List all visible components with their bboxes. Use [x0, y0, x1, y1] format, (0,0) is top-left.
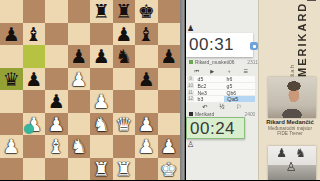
- square-g6[interactable]: [135, 45, 158, 68]
- square-f7[interactable]: ♟: [113, 23, 136, 46]
- white-knight: ♞: [68, 135, 91, 158]
- black-pawn: ♟: [158, 45, 181, 68]
- presenter-title: Međunarodni majstor: [266, 126, 314, 131]
- square-g5[interactable]: ♟: [135, 68, 158, 91]
- square-c8[interactable]: [45, 0, 68, 23]
- move-number: 10: [187, 83, 194, 87]
- square-e4[interactable]: ♟: [90, 90, 113, 113]
- black-bishop: ♝: [23, 23, 46, 46]
- square-a4[interactable]: [0, 90, 23, 113]
- top-player-status-dot: [189, 60, 193, 64]
- square-a2[interactable]: ♟: [0, 135, 23, 158]
- square-g8[interactable]: ♚: [135, 0, 158, 23]
- square-f4[interactable]: [113, 90, 136, 113]
- black-pawn: ♟: [45, 90, 68, 113]
- white-move[interactable]: Ne3: [195, 90, 220, 95]
- skip-to-start-icon[interactable]: ⏮: [194, 68, 199, 75]
- brand-block: šah MERIKARD: [289, 5, 308, 77]
- square-g7[interactable]: ♝: [135, 23, 158, 46]
- square-f8[interactable]: ♜: [113, 0, 136, 23]
- white-king: ♚: [158, 158, 181, 181]
- square-h6[interactable]: ♟: [158, 45, 181, 68]
- black-rook: ♜: [90, 0, 113, 23]
- square-c7[interactable]: [45, 23, 68, 46]
- square-e5[interactable]: [90, 68, 113, 91]
- move-nav-toolbar: ⏮ ▶ ＋ ☰: [188, 67, 254, 75]
- white-rook: ♜: [113, 158, 136, 181]
- black-pawn: ♟: [23, 68, 46, 91]
- square-d4[interactable]: [68, 90, 91, 113]
- black-knight: ♞: [113, 45, 136, 68]
- presenter-photo: [268, 77, 316, 118]
- white-pawn: ♟: [135, 135, 158, 158]
- brand-rule: [307, 0, 316, 1]
- square-d3[interactable]: [68, 113, 91, 136]
- square-g3[interactable]: ♟: [135, 113, 158, 136]
- square-b8[interactable]: [23, 0, 46, 23]
- square-h7[interactable]: [158, 23, 181, 46]
- square-d1[interactable]: [68, 158, 91, 181]
- white-pawn: ♟: [90, 90, 113, 113]
- square-c6[interactable]: [45, 45, 68, 68]
- square-h3[interactable]: [158, 113, 181, 136]
- square-g1[interactable]: [135, 158, 158, 181]
- white-pawn: ♟: [45, 113, 68, 136]
- black-move[interactable]: g5: [224, 83, 250, 88]
- move-number: 11: [187, 90, 194, 94]
- square-d7[interactable]: [68, 23, 91, 46]
- bottom-player-status-dot: [189, 112, 193, 116]
- black-player-pawn-icon: ♟: [187, 25, 194, 33]
- square-b2[interactable]: [23, 135, 46, 158]
- square-d8[interactable]: [68, 0, 91, 23]
- menu-icon[interactable]: ☰: [243, 68, 248, 75]
- square-e3[interactable]: ♞: [90, 113, 113, 136]
- top-player-clock: 00:31: [186, 33, 253, 57]
- top-player-rating: 2311: [247, 60, 258, 65]
- white-bishop: ♝: [45, 135, 68, 158]
- black-pawn: ♟: [113, 23, 136, 46]
- square-b3[interactable]: ♟: [23, 113, 46, 136]
- square-g4[interactable]: [135, 90, 158, 113]
- square-c2[interactable]: ♝: [45, 135, 68, 158]
- square-b1[interactable]: [23, 158, 46, 181]
- black-queen: ♛: [0, 68, 23, 91]
- move-number: 9: [187, 77, 194, 81]
- presenter-subtitle: FIDE Trener: [266, 131, 314, 136]
- square-f2[interactable]: [113, 135, 136, 158]
- black-move[interactable]: h6: [224, 76, 250, 81]
- square-b4[interactable]: [23, 90, 46, 113]
- square-d5[interactable]: ♟: [68, 68, 91, 91]
- move-list: 9 d5 h6 10 Bc2 g5 11 Ne3 Qb6 12 b3 Qa5: [186, 76, 255, 103]
- square-a7[interactable]: ♟: [0, 23, 23, 46]
- presenter-name: Rikard Medančić: [259, 119, 320, 125]
- move-row: 11 Ne3 Qb6: [186, 90, 255, 97]
- square-b5[interactable]: ♟: [23, 68, 46, 91]
- square-b7[interactable]: ♝: [23, 23, 46, 46]
- square-a1[interactable]: [0, 158, 23, 181]
- white-queen: ♛: [113, 113, 136, 136]
- black-rook: ♜: [113, 0, 136, 23]
- top-player-name: Rikard_musketi06: [195, 60, 234, 65]
- white-move[interactable]: Bc2: [195, 83, 220, 88]
- chess-board[interactable]: ♜♜♚♟♝♟♝♟♟♞♟♛♟♟♟♟♟♟♟♞♛♟♟♝♞♟♟♜♜♚: [0, 0, 180, 180]
- black-pawn: ♟: [90, 45, 113, 68]
- share-icon[interactable]: [250, 42, 258, 50]
- black-move[interactable]: Qb6: [224, 90, 250, 95]
- square-c4[interactable]: ♟: [45, 90, 68, 113]
- selected-move[interactable]: Qa5: [224, 96, 255, 102]
- move-number: 12: [187, 97, 194, 101]
- white-pawn: ♟: [158, 135, 181, 158]
- bottom-player-rating: 2400: [244, 112, 255, 117]
- chess-pieces-photo: ♟ ♞ ♙: [268, 146, 316, 180]
- square-f5[interactable]: [113, 68, 136, 91]
- white-pawn: ♟: [0, 135, 23, 158]
- bottom-player-name: Merikard: [195, 112, 232, 117]
- square-g2[interactable]: ♟: [135, 135, 158, 158]
- square-f6[interactable]: ♞: [113, 45, 136, 68]
- square-d6[interactable]: ♟: [68, 45, 91, 68]
- bottom-player-clock-active: 00:24: [186, 117, 245, 139]
- white-pawn: ♟: [135, 113, 158, 136]
- black-pawn: ♟: [135, 68, 158, 91]
- white-rook: ♜: [90, 158, 113, 181]
- black-pawn: ♟: [68, 45, 91, 68]
- brand-sidebar: šah MERIKARD Rikard Medančić Međunarodni…: [258, 0, 320, 180]
- square-e2[interactable]: [90, 135, 113, 158]
- top-player-row: Rikard_musketi06 2311: [186, 58, 258, 66]
- move-row: 10 Bc2 g5: [186, 83, 255, 90]
- black-king: ♚: [135, 0, 158, 23]
- white-pawn: ♟: [68, 68, 91, 91]
- square-c3[interactable]: ♟: [45, 113, 68, 136]
- square-a3[interactable]: [0, 113, 23, 136]
- square-h2[interactable]: ♟: [158, 135, 181, 158]
- black-bishop: ♝: [135, 23, 158, 46]
- square-a6[interactable]: [0, 45, 23, 68]
- square-h5[interactable]: [158, 68, 181, 91]
- square-d2[interactable]: ♞: [68, 135, 91, 158]
- square-f1[interactable]: ♜: [113, 158, 136, 181]
- broadcast-screen: ♜♜♚♟♝♟♝♟♟♞♟♛♟♟♟♟♟♟♟♞♛♟♟♝♞♟♟♜♜♚ ♟ 00:31 R…: [0, 0, 320, 180]
- white-player-pawn-icon: ♙: [187, 141, 194, 149]
- brand-title: MERIKARD: [296, 5, 308, 77]
- add-icon[interactable]: ＋: [226, 68, 231, 75]
- annotation-circle-icon: [24, 124, 34, 134]
- play-icon[interactable]: ▶: [210, 68, 214, 75]
- square-h1[interactable]: ♚: [158, 158, 181, 181]
- square-b6[interactable]: [23, 45, 46, 68]
- black-pawn: ♟: [0, 23, 23, 46]
- square-e1[interactable]: ♜: [90, 158, 113, 181]
- game-panel: ♟ 00:31 Rikard_musketi06 2311 ⏮ ▶ ＋ ☰ 9 …: [186, 0, 258, 180]
- move-row: 12 b3 Qa5: [186, 96, 255, 103]
- brand-subtitle: šah: [289, 64, 295, 77]
- square-c1[interactable]: [45, 158, 68, 181]
- square-f3[interactable]: ♛: [113, 113, 136, 136]
- board-divider: [180, 0, 185, 180]
- square-a8[interactable]: [0, 0, 23, 23]
- white-move[interactable]: b3: [195, 97, 220, 102]
- square-h4[interactable]: [158, 90, 181, 113]
- square-a5[interactable]: ♛: [0, 68, 23, 91]
- white-move[interactable]: d5: [195, 76, 220, 81]
- square-e8[interactable]: ♜: [90, 0, 113, 23]
- chess-pieces-glyphs: ♟ ♞ ♙: [268, 146, 316, 174]
- square-e6[interactable]: ♟: [90, 45, 113, 68]
- square-c5[interactable]: [45, 68, 68, 91]
- square-h8[interactable]: [158, 0, 181, 23]
- white-knight: ♞: [90, 113, 113, 136]
- move-row: 9 d5 h6: [186, 76, 255, 83]
- square-e7[interactable]: [90, 23, 113, 46]
